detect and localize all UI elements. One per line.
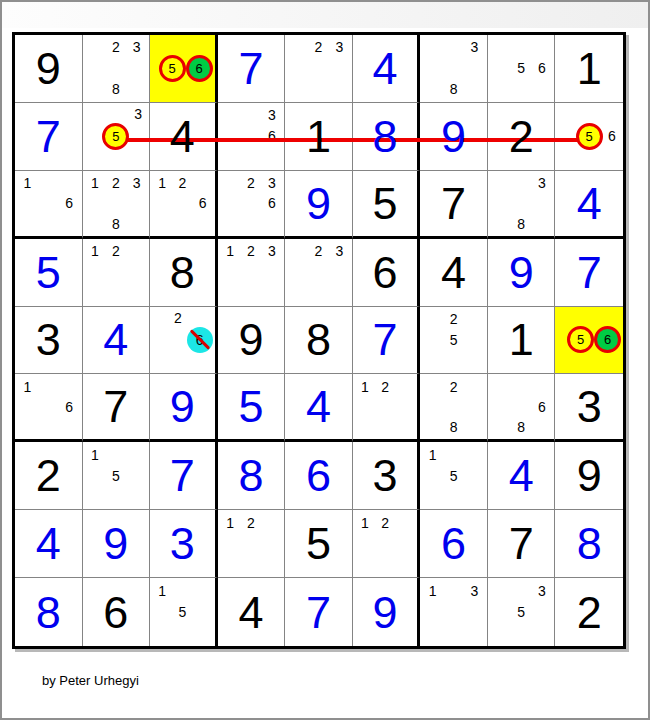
cell-r3c8[interactable]: 38 [488, 171, 556, 239]
candidate-5: 5 [511, 58, 532, 79]
cell-r4c5[interactable]: 23 [285, 239, 353, 307]
cell-r1c8[interactable]: 56 [488, 35, 556, 103]
cell-r3c5[interactable]: 9 [285, 171, 353, 239]
cell-r7c4[interactable]: 8 [218, 442, 286, 510]
eliminated-candidate-6: 6 [187, 327, 213, 353]
candidate-5: 5 [443, 330, 464, 351]
cell-r7c1[interactable]: 2 [15, 442, 83, 510]
candidate-2: 2 [308, 37, 329, 58]
cell-r6c2[interactable]: 7 [83, 374, 151, 442]
cell-r4c3[interactable]: 8 [150, 239, 218, 307]
candidate-2: 2 [375, 376, 395, 396]
given-digit: 4 [150, 103, 215, 170]
cell-r2c6[interactable]: 8 [353, 103, 421, 171]
cell-r2c3[interactable]: 4 [150, 103, 218, 171]
sudoku-board-frame: 9238567234385617354361892561612381262369… [12, 32, 626, 649]
candidate-grid: 25 [420, 307, 487, 374]
candidate-8: 8 [105, 213, 126, 233]
candidate-1: 1 [422, 444, 443, 465]
circled-candidate-5: 5 [567, 326, 594, 353]
candidate-grid: 236 [218, 171, 285, 236]
given-digit: 9 [555, 442, 623, 509]
cell-r1c6[interactable]: 4 [353, 35, 421, 103]
cell-r4c9[interactable]: 7 [555, 239, 623, 307]
candidate-grid: 12 [353, 374, 418, 439]
candidate-1: 1 [17, 376, 38, 396]
cell-r3c9[interactable]: 4 [555, 171, 623, 239]
candidate-grid: 123 [218, 239, 285, 306]
cell-r9c2[interactable]: 6 [83, 578, 151, 646]
candidate-3: 3 [464, 580, 485, 601]
cell-r4c7[interactable]: 4 [420, 239, 488, 307]
given-digit: 8 [285, 307, 352, 374]
candidate-grid: 1238 [83, 171, 150, 236]
cell-r3c4[interactable]: 236 [218, 171, 286, 239]
given-digit: 9 [218, 307, 285, 374]
solved-digit: 4 [353, 35, 418, 102]
candidate-3: 3 [126, 173, 147, 193]
cell-r8c8[interactable]: 7 [488, 510, 556, 578]
cell-r5c7[interactable]: 25 [420, 307, 488, 375]
candidate-grid: 16 [15, 171, 82, 236]
given-digit: 1 [488, 307, 555, 374]
candidate-2: 2 [375, 512, 395, 533]
candidate-3: 3 [126, 37, 147, 58]
circled-candidate-6: 6 [594, 326, 621, 353]
cell-r9c9[interactable]: 2 [555, 578, 623, 646]
solved-digit: 5 [218, 374, 285, 439]
candidate-2: 2 [105, 37, 126, 58]
cell-r2c7[interactable]: 9 [420, 103, 488, 171]
candidate-2: 2 [105, 241, 126, 262]
cell-r6c8[interactable]: 68 [488, 374, 556, 442]
candidate-2: 2 [241, 512, 262, 533]
given-digit: 9 [15, 35, 82, 102]
cell-r1c4[interactable]: 7 [218, 35, 286, 103]
cell-r3c1[interactable]: 16 [15, 171, 83, 239]
candidate-grid: 15 [420, 442, 487, 509]
solved-digit: 8 [15, 578, 82, 646]
candidate-3: 3 [464, 37, 485, 58]
candidate-1: 1 [17, 173, 38, 193]
cell-r9c1[interactable]: 8 [15, 578, 83, 646]
given-digit: 5 [353, 171, 418, 236]
cell-r7c9[interactable]: 9 [555, 442, 623, 510]
cell-r8c5[interactable]: 5 [285, 510, 353, 578]
solved-digit: 4 [488, 442, 555, 509]
candidate-grid: 16 [15, 374, 82, 439]
cell-r9c5[interactable]: 7 [285, 578, 353, 646]
given-digit: 2 [488, 103, 555, 170]
candidate-grid: 23 [285, 239, 352, 306]
candidate-2: 2 [172, 173, 192, 193]
solved-digit: 7 [150, 442, 215, 509]
candidate-1: 1 [355, 376, 375, 396]
candidate-6: 6 [192, 193, 212, 213]
candidate-1: 1 [85, 444, 106, 465]
solved-digit: 8 [555, 510, 623, 577]
candidate-8: 8 [443, 417, 464, 437]
cell-r7c8[interactable]: 4 [488, 442, 556, 510]
candidate-1: 1 [85, 173, 106, 193]
candidate-grid: 12 [83, 239, 150, 306]
candidate-grid: 126 [150, 171, 215, 236]
given-digit: 7 [83, 374, 150, 439]
candidate-6: 6 [59, 397, 80, 417]
candidate-2: 2 [105, 173, 126, 193]
candidate-grid: 15 [83, 442, 150, 509]
given-digit: 3 [555, 374, 623, 439]
candidate-3: 3 [261, 241, 282, 262]
solved-digit: 8 [353, 103, 418, 170]
author-credit: by Peter Urhegyi [42, 673, 139, 688]
candidate-1: 1 [422, 580, 443, 601]
candidate-grid: 38 [488, 171, 555, 236]
cell-r7c7[interactable]: 15 [420, 442, 488, 510]
candidate-grid: 15 [150, 578, 215, 646]
candidate-grid: 36 [218, 103, 285, 170]
solved-digit: 4 [555, 171, 623, 236]
cell-r3c7[interactable]: 7 [420, 171, 488, 239]
candidate-3: 3 [532, 580, 553, 601]
candidate-grid: 38 [420, 35, 487, 102]
candidate-grid: 35 [488, 578, 555, 646]
candidate-2: 2 [443, 309, 464, 330]
candidate-3: 3 [261, 105, 282, 126]
solved-digit: 7 [15, 103, 82, 170]
candidate-6: 6 [532, 397, 553, 417]
candidate-1: 1 [85, 241, 106, 262]
cell-r8c9[interactable]: 8 [555, 510, 623, 578]
candidate-1: 1 [220, 512, 241, 533]
given-digit: 4 [420, 239, 487, 306]
candidate-8: 8 [443, 79, 464, 100]
solved-digit: 7 [218, 35, 285, 102]
candidate-6: 6 [603, 123, 621, 150]
cell-r6c5[interactable]: 4 [285, 374, 353, 442]
candidate-grid: 68 [488, 374, 555, 439]
cell-r9c8[interactable]: 35 [488, 578, 556, 646]
candidate-2: 2 [443, 376, 464, 396]
cell-r7c2[interactable]: 15 [83, 442, 151, 510]
solved-digit: 9 [285, 171, 352, 236]
cell-r7c3[interactable]: 7 [150, 442, 218, 510]
cell-r3c3[interactable]: 126 [150, 171, 218, 239]
cell-r1c2[interactable]: 238 [83, 35, 151, 103]
cell-r5c8[interactable]: 1 [488, 307, 556, 375]
cell-r5c5[interactable]: 8 [285, 307, 353, 375]
candidate-3: 3 [532, 173, 553, 193]
cell-r5c3[interactable]: 26 [150, 307, 218, 375]
candidate-grid: 56 [150, 35, 215, 102]
cell-r7c6[interactable]: 3 [353, 442, 421, 510]
cell-r6c1[interactable]: 16 [15, 374, 83, 442]
circled-candidate-6: 6 [186, 55, 213, 82]
solved-digit: 9 [420, 103, 487, 170]
candidate-3: 3 [261, 173, 282, 193]
window-top-strip [2, 2, 648, 28]
candidate-2: 2 [241, 173, 262, 193]
cell-r1c1[interactable]: 9 [15, 35, 83, 103]
candidate-5: 5 [172, 601, 192, 622]
cell-r4c1[interactable]: 5 [15, 239, 83, 307]
given-digit: 6 [353, 239, 418, 306]
cell-r2c5[interactable]: 1 [285, 103, 353, 171]
cell-r9c3[interactable]: 15 [150, 578, 218, 646]
cell-r5c2[interactable]: 4 [83, 307, 151, 375]
cell-r8c2[interactable]: 9 [83, 510, 151, 578]
candidate-grid: 13 [420, 578, 487, 646]
solved-digit: 9 [83, 510, 150, 577]
solved-digit: 9 [353, 578, 418, 646]
solved-digit: 3 [150, 510, 215, 577]
given-digit: 3 [353, 442, 418, 509]
candidate-grid: 238 [83, 35, 150, 102]
cell-r6c3[interactable]: 9 [150, 374, 218, 442]
candidate-grid: 56 [555, 103, 623, 170]
candidate-2: 2 [169, 309, 186, 327]
cell-r5c4[interactable]: 9 [218, 307, 286, 375]
cell-r7c5[interactable]: 6 [285, 442, 353, 510]
candidate-5: 5 [443, 465, 464, 486]
candidate-grid: 12 [353, 510, 418, 577]
candidate-3: 3 [329, 241, 350, 262]
cell-r3c2[interactable]: 1238 [83, 171, 151, 239]
given-digit: 3 [15, 307, 82, 374]
candidate-6: 6 [261, 126, 282, 147]
cell-r4c4[interactable]: 123 [218, 239, 286, 307]
solved-digit: 9 [488, 239, 555, 306]
solved-digit: 6 [285, 442, 352, 509]
sudoku-board: 9238567234385617354361892561612381262369… [15, 35, 623, 646]
candidate-6: 6 [532, 58, 553, 79]
cell-r8c6[interactable]: 12 [353, 510, 421, 578]
given-digit: 1 [285, 103, 352, 170]
circled-candidate-5: 5 [576, 123, 603, 150]
given-digit: 4 [218, 578, 285, 646]
candidate-6: 6 [59, 193, 80, 213]
cell-r6c7[interactable]: 28 [420, 374, 488, 442]
given-digit: 1 [555, 35, 623, 102]
solved-digit: 4 [285, 374, 352, 439]
solved-digit: 7 [353, 307, 418, 374]
solved-digit: 4 [15, 510, 82, 577]
solved-digit: 6 [420, 510, 487, 577]
candidate-1: 1 [220, 241, 241, 262]
candidate-5: 5 [511, 601, 532, 622]
given-digit: 8 [150, 239, 215, 306]
cell-r3c6[interactable]: 5 [353, 171, 421, 239]
cell-r8c4[interactable]: 12 [218, 510, 286, 578]
cell-r6c9[interactable]: 3 [555, 374, 623, 442]
cell-r1c5[interactable]: 23 [285, 35, 353, 103]
circled-candidate-5: 5 [102, 123, 129, 150]
cell-r2c2[interactable]: 35 [83, 103, 151, 171]
candidate-3: 3 [329, 37, 350, 58]
candidate-8: 8 [511, 417, 532, 437]
candidate-5: 5 [105, 465, 126, 486]
given-digit: 2 [15, 442, 82, 509]
cell-r2c8[interactable]: 2 [488, 103, 556, 171]
candidate-1: 1 [152, 173, 172, 193]
candidate-2: 2 [241, 241, 262, 262]
candidate-8: 8 [511, 213, 532, 233]
candidate-grid: 35 [83, 103, 150, 170]
given-digit: 7 [420, 171, 487, 236]
solved-digit: 4 [83, 307, 150, 374]
given-digit: 6 [83, 578, 150, 646]
candidate-grid: 26 [150, 307, 215, 374]
cell-r9c4[interactable]: 4 [218, 578, 286, 646]
candidate-2: 2 [308, 241, 329, 262]
cell-r8c7[interactable]: 6 [420, 510, 488, 578]
solved-digit: 7 [285, 578, 352, 646]
cell-r1c7[interactable]: 38 [420, 35, 488, 103]
cell-r5c9[interactable]: 56 [555, 307, 623, 375]
cell-r1c9[interactable]: 1 [555, 35, 623, 103]
cell-r2c1[interactable]: 7 [15, 103, 83, 171]
cell-r8c1[interactable]: 4 [15, 510, 83, 578]
cell-r2c4[interactable]: 36 [218, 103, 286, 171]
cell-r8c3[interactable]: 3 [150, 510, 218, 578]
cell-r2c9[interactable]: 56 [555, 103, 623, 171]
candidate-1: 1 [152, 580, 172, 601]
candidate-grid: 56 [488, 35, 555, 102]
candidate-grid: 28 [420, 374, 487, 439]
solved-digit: 5 [15, 239, 82, 306]
candidate-1: 1 [355, 512, 375, 533]
solved-digit: 8 [218, 442, 285, 509]
cell-r5c1[interactable]: 3 [15, 307, 83, 375]
cell-r5c6[interactable]: 7 [353, 307, 421, 375]
cell-r9c7[interactable]: 13 [420, 578, 488, 646]
cell-r4c6[interactable]: 6 [353, 239, 421, 307]
circled-candidate-5: 5 [159, 55, 186, 82]
cell-r6c6[interactable]: 12 [353, 374, 421, 442]
candidate-3: 3 [129, 105, 147, 123]
cell-r1c3[interactable]: 56 [150, 35, 218, 103]
candidate-grid: 23 [285, 35, 352, 102]
solved-digit: 7 [555, 239, 623, 306]
cell-r6c4[interactable]: 5 [218, 374, 286, 442]
solved-digit: 9 [150, 374, 215, 439]
candidate-6: 6 [261, 193, 282, 213]
given-digit: 7 [488, 510, 555, 577]
candidate-grid: 56 [555, 307, 623, 374]
candidate-grid: 12 [218, 510, 285, 577]
given-digit: 2 [555, 578, 623, 646]
candidate-8: 8 [105, 79, 126, 100]
cell-r4c2[interactable]: 12 [83, 239, 151, 307]
given-digit: 5 [285, 510, 352, 577]
cell-r4c8[interactable]: 9 [488, 239, 556, 307]
sudoku-app-page: 9238567234385617354361892561612381262369… [0, 0, 650, 720]
cell-r9c6[interactable]: 9 [353, 578, 421, 646]
